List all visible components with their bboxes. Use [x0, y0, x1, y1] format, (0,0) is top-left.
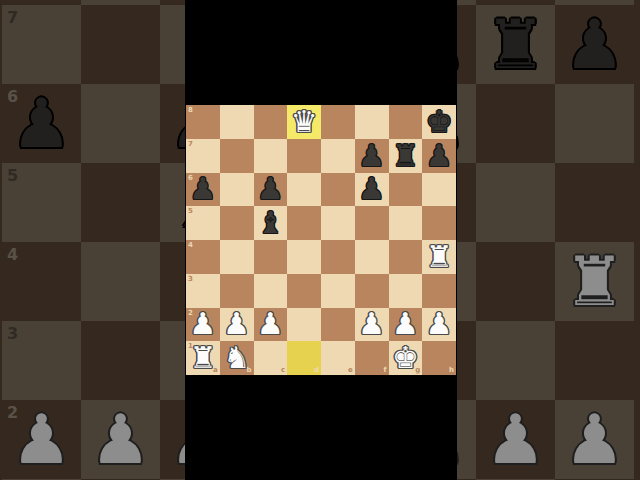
square-e2[interactable] — [321, 308, 355, 342]
white-pawn-b2: ♟ — [90, 406, 151, 474]
square-d4[interactable] — [287, 240, 321, 274]
square-e8[interactable] — [321, 105, 355, 139]
bg-square-g5 — [476, 163, 555, 242]
square-g8[interactable] — [389, 105, 423, 139]
square-g1[interactable]: g♚ — [389, 341, 423, 375]
bg-square-h4: ♜ — [555, 242, 634, 321]
square-d1[interactable]: d — [287, 341, 321, 375]
square-a8[interactable]: 8 — [186, 105, 220, 139]
bg-square-a7: 7 — [2, 5, 81, 84]
square-f8[interactable] — [355, 105, 389, 139]
file-label-h: h — [449, 366, 454, 374]
file-label-g: g — [415, 366, 420, 374]
bg-square-h3 — [555, 321, 634, 400]
black-pawn-a6: ♟ — [11, 90, 72, 158]
square-c2[interactable]: ♟ — [254, 308, 288, 342]
rank-label-6: 6 — [188, 174, 193, 182]
bg-square-b6 — [81, 84, 160, 163]
file-label-a: a — [213, 366, 218, 374]
white-pawn-g2: ♟ — [485, 406, 546, 474]
file-label-b: b — [246, 366, 251, 374]
bg-square-a3: 3 — [2, 321, 81, 400]
rank-label-6: 6 — [7, 87, 18, 106]
square-c6[interactable]: ♟ — [254, 173, 288, 207]
square-h8[interactable]: ♚ — [422, 105, 456, 139]
rank-label-7: 7 — [7, 8, 18, 27]
square-f1[interactable]: f — [355, 341, 389, 375]
white-pawn-h2[interactable]: ♟ — [426, 309, 453, 339]
bg-square-h2: ♟ — [555, 400, 634, 479]
bg-square-h6 — [555, 84, 634, 163]
square-b1[interactable]: b♞ — [220, 341, 254, 375]
square-d8[interactable]: ♛ — [287, 105, 321, 139]
square-c4[interactable] — [254, 240, 288, 274]
square-b4[interactable] — [220, 240, 254, 274]
bg-square-a6: 6♟ — [2, 84, 81, 163]
bg-square-b2: ♟ — [81, 400, 160, 479]
rank-label-3: 3 — [7, 324, 18, 343]
square-h7[interactable]: ♟ — [422, 139, 456, 173]
bg-square-g6 — [476, 84, 555, 163]
square-a7[interactable]: 7 — [186, 139, 220, 173]
black-bishop-c5[interactable]: ♝ — [257, 208, 284, 238]
white-queen-d8[interactable]: ♛ — [291, 107, 318, 137]
rank-label-5: 5 — [7, 166, 18, 185]
bg-square-g7: ♜ — [476, 5, 555, 84]
square-d3[interactable] — [287, 274, 321, 308]
black-pawn-f6[interactable]: ♟ — [358, 174, 385, 204]
square-b2[interactable]: ♟ — [220, 308, 254, 342]
bg-square-g3 — [476, 321, 555, 400]
square-h1[interactable]: h — [422, 341, 456, 375]
square-f4[interactable] — [355, 240, 389, 274]
square-g2[interactable]: ♟ — [389, 308, 423, 342]
white-pawn-b2[interactable]: ♟ — [223, 309, 250, 339]
bg-square-a5: 5 — [2, 163, 81, 242]
square-a5[interactable]: 5 — [186, 206, 220, 240]
file-label-c: c — [281, 366, 285, 374]
bg-square-h7: ♟ — [555, 5, 634, 84]
square-e5[interactable] — [321, 206, 355, 240]
rank-label-8: 8 — [188, 106, 193, 114]
bg-square-b4 — [81, 242, 160, 321]
square-a4[interactable]: 4 — [186, 240, 220, 274]
black-pawn-h7: ♟ — [564, 11, 625, 79]
white-rook-h4[interactable]: ♜ — [426, 242, 453, 272]
square-h6[interactable] — [422, 173, 456, 207]
square-a2[interactable]: 2♟ — [186, 308, 220, 342]
rank-label-2: 2 — [7, 403, 18, 422]
square-b6[interactable] — [220, 173, 254, 207]
square-a6[interactable]: 6♟ — [186, 173, 220, 207]
square-b7[interactable] — [220, 139, 254, 173]
square-g7[interactable]: ♜ — [389, 139, 423, 173]
black-pawn-h7[interactable]: ♟ — [426, 141, 453, 171]
black-rook-g7[interactable]: ♜ — [392, 141, 419, 171]
square-e1[interactable]: e — [321, 341, 355, 375]
white-pawn-g2[interactable]: ♟ — [392, 309, 419, 339]
rank-label-2: 2 — [188, 309, 193, 317]
black-rook-g7: ♜ — [485, 11, 546, 79]
black-pawn-c6[interactable]: ♟ — [257, 174, 284, 204]
white-pawn-f2[interactable]: ♟ — [358, 309, 385, 339]
rank-label-7: 7 — [188, 140, 193, 148]
white-pawn-a2[interactable]: ♟ — [189, 309, 216, 339]
square-e6[interactable] — [321, 173, 355, 207]
square-g6[interactable] — [389, 173, 423, 207]
bg-square-b7 — [81, 5, 160, 84]
file-label-e: e — [348, 366, 353, 374]
square-h5[interactable] — [422, 206, 456, 240]
square-g3[interactable] — [389, 274, 423, 308]
square-h2[interactable]: ♟ — [422, 308, 456, 342]
square-h4[interactable]: ♜ — [422, 240, 456, 274]
white-pawn-c2[interactable]: ♟ — [257, 309, 284, 339]
square-c8[interactable] — [254, 105, 288, 139]
rank-label-3: 3 — [188, 275, 193, 283]
square-c5[interactable]: ♝ — [254, 206, 288, 240]
black-pawn-f7[interactable]: ♟ — [358, 141, 385, 171]
square-c7[interactable] — [254, 139, 288, 173]
bg-square-b3 — [81, 321, 160, 400]
bg-square-a4: 4 — [2, 242, 81, 321]
bg-square-a2: 2♟ — [2, 400, 81, 479]
square-f2[interactable]: ♟ — [355, 308, 389, 342]
chess-board: 8♛♚7♟♜♟6♟♟♟5♝4♜32♟♟♟♟♟♟1a♜b♞cdefg♚h — [186, 105, 456, 375]
rank-label-4: 4 — [7, 245, 18, 264]
square-d6[interactable] — [287, 173, 321, 207]
square-b8[interactable] — [220, 105, 254, 139]
square-e3[interactable] — [321, 274, 355, 308]
square-a1[interactable]: 1a♜ — [186, 341, 220, 375]
square-e4[interactable] — [321, 240, 355, 274]
black-king-h8[interactable]: ♚ — [426, 107, 453, 137]
bg-square-b5 — [81, 163, 160, 242]
square-f6[interactable]: ♟ — [355, 173, 389, 207]
black-pawn-a6[interactable]: ♟ — [189, 174, 216, 204]
square-f3[interactable] — [355, 274, 389, 308]
square-b5[interactable] — [220, 206, 254, 240]
square-h3[interactable] — [422, 274, 456, 308]
square-g4[interactable] — [389, 240, 423, 274]
file-label-f: f — [383, 366, 386, 374]
screenshot-root: 8♛♚7♟♜♟6♟♟♟5♝4♜32♟♟♟♟♟♟1a♜b♞cdefg♚h 8♛♚7… — [0, 0, 640, 480]
square-g5[interactable] — [389, 206, 423, 240]
square-e7[interactable] — [321, 139, 355, 173]
rank-label-5: 5 — [188, 207, 193, 215]
bg-square-g4 — [476, 242, 555, 321]
rank-label-4: 4 — [188, 241, 193, 249]
square-c1[interactable]: c — [254, 341, 288, 375]
bg-square-h5 — [555, 163, 634, 242]
bg-square-g2: ♟ — [476, 400, 555, 479]
file-label-d: d — [314, 366, 319, 374]
square-a3[interactable]: 3 — [186, 274, 220, 308]
square-d2[interactable] — [287, 308, 321, 342]
square-f7[interactable]: ♟ — [355, 139, 389, 173]
square-c3[interactable] — [254, 274, 288, 308]
white-pawn-h2: ♟ — [564, 406, 625, 474]
white-pawn-a2: ♟ — [11, 406, 72, 474]
rank-label-1: 1 — [188, 342, 193, 350]
square-b3[interactable] — [220, 274, 254, 308]
square-f5[interactable] — [355, 206, 389, 240]
square-d5[interactable] — [287, 206, 321, 240]
square-d7[interactable] — [287, 139, 321, 173]
white-rook-h4: ♜ — [564, 248, 625, 316]
